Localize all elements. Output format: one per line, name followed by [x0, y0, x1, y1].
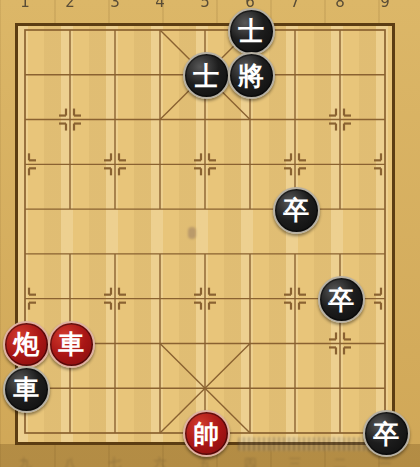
black-soldier[interactable]: 卒 — [363, 410, 410, 457]
red-chariot[interactable]: 車 — [48, 321, 95, 368]
black-general[interactable]: 將 — [228, 52, 275, 99]
red-general[interactable]: 帥 — [183, 410, 230, 457]
black-chariot[interactable]: 車 — [3, 366, 50, 413]
black-soldier[interactable]: 卒 — [318, 276, 365, 323]
black-soldier[interactable]: 卒 — [273, 187, 320, 234]
red-cannon[interactable]: 炮 — [3, 321, 50, 368]
board: 士士將卒卒炮車車帥卒 — [3, 8, 408, 456]
black-advisor[interactable]: 士 — [183, 52, 230, 99]
black-advisor[interactable]: 士 — [228, 8, 275, 55]
